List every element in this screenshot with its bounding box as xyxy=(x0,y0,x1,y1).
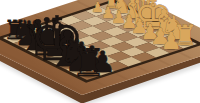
chess-board-scene: ♜♟♞♟♝♟♛♟♚♟♝♟♟♜♞♟♟♞♜♟♟♝♟♛♟♚♟♝♟♞♟♜ xyxy=(0,0,200,103)
piece-black-r-h8: ♜ xyxy=(71,40,105,85)
piece-white-p-h2: ♟ xyxy=(160,27,181,55)
chess-set-product-photo: ♜♟♞♟♝♟♛♟♚♟♝♟♟♜♞♟♟♞♜♟♟♝♟♛♟♚♟♝♟♞♟♜ xyxy=(0,0,200,103)
